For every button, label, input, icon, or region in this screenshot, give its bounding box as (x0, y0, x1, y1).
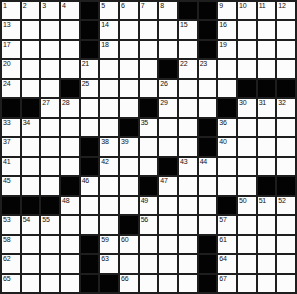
blocked-cell (199, 41, 217, 58)
blocked-cell (277, 80, 295, 97)
crossword-cell[interactable] (199, 216, 217, 233)
crossword-cell[interactable] (41, 41, 59, 58)
crossword-cell[interactable] (238, 216, 256, 233)
crossword-cell[interactable]: 40 (218, 138, 236, 155)
crossword-cell[interactable] (61, 216, 79, 233)
crossword-cell[interactable]: 55 (41, 216, 59, 233)
crossword-cell[interactable] (258, 119, 276, 136)
crossword-cell[interactable]: 17 (2, 41, 20, 58)
clue-number: 2 (23, 2, 27, 10)
blocked-cell (199, 275, 217, 292)
crossword-cell[interactable] (258, 138, 276, 155)
clue-number: 28 (62, 99, 69, 107)
clue-number: 62 (3, 255, 10, 263)
clue-number: 27 (42, 99, 49, 107)
crossword-cell[interactable]: 57 (218, 216, 236, 233)
crossword-cell[interactable] (179, 275, 197, 292)
blocked-cell (81, 138, 99, 155)
crossword-cell[interactable] (41, 255, 59, 272)
crossword-cell[interactable]: 34 (22, 119, 40, 136)
clue-number: 34 (23, 119, 30, 127)
crossword-cell[interactable]: 65 (2, 275, 20, 292)
blocked-cell (159, 158, 177, 175)
crossword-cell[interactable] (22, 275, 40, 292)
crossword-cell[interactable] (22, 21, 40, 38)
crossword-page: 1234567891011121314151617181920212223242… (0, 0, 297, 294)
crossword-cell[interactable]: 38 (100, 138, 118, 155)
crossword-cell[interactable]: 37 (2, 138, 20, 155)
crossword-cell[interactable] (140, 236, 158, 253)
clue-number: 11 (259, 2, 266, 10)
blocked-cell (140, 99, 158, 116)
crossword-cell[interactable] (41, 119, 59, 136)
clue-number: 51 (259, 197, 266, 205)
crossword-cell[interactable] (277, 138, 295, 155)
crossword-cell[interactable] (22, 60, 40, 77)
crossword-cell[interactable]: 3 (41, 2, 59, 19)
crossword-cell[interactable] (238, 275, 256, 292)
crossword-cell[interactable] (238, 119, 256, 136)
crossword-cell[interactable] (61, 119, 79, 136)
crossword-cell[interactable] (41, 177, 59, 194)
blocked-cell (61, 80, 79, 97)
crossword-cell[interactable] (218, 158, 236, 175)
crossword-cell[interactable] (140, 60, 158, 77)
crossword-cell[interactable] (81, 216, 99, 233)
clue-number: 50 (239, 197, 246, 205)
crossword-cell[interactable] (277, 275, 295, 292)
crossword-cell[interactable] (179, 177, 197, 194)
crossword-cell[interactable] (120, 158, 138, 175)
crossword-cell[interactable] (277, 119, 295, 136)
clue-number: 13 (3, 21, 10, 29)
crossword-cell[interactable]: 50 (238, 197, 256, 214)
crossword-cell[interactable] (238, 177, 256, 194)
crossword-cell[interactable] (258, 60, 276, 77)
crossword-cell[interactable]: 62 (2, 255, 20, 272)
crossword-cell[interactable] (22, 177, 40, 194)
crossword-cell[interactable] (238, 236, 256, 253)
crossword-cell[interactable]: 30 (238, 99, 256, 116)
crossword-cell[interactable] (159, 255, 177, 272)
crossword-cell[interactable]: 64 (218, 255, 236, 272)
crossword-cell[interactable]: 35 (140, 119, 158, 136)
crossword-cell[interactable] (100, 80, 118, 97)
crossword-cell[interactable] (120, 197, 138, 214)
blocked-cell (199, 119, 217, 136)
crossword-cell[interactable] (140, 138, 158, 155)
clue-number: 67 (219, 275, 226, 283)
clue-number: 12 (278, 2, 285, 10)
crossword-cell[interactable]: 8 (159, 2, 177, 19)
crossword-cell[interactable] (81, 119, 99, 136)
crossword-cell[interactable]: 23 (199, 60, 217, 77)
clue-number: 10 (239, 2, 246, 10)
crossword-cell[interactable] (238, 21, 256, 38)
crossword-cell[interactable] (159, 216, 177, 233)
crossword-cell[interactable] (61, 236, 79, 253)
crossword-cell[interactable]: 15 (179, 21, 197, 38)
clue-number: 4 (62, 2, 66, 10)
crossword-cell[interactable]: 14 (100, 21, 118, 38)
clue-number: 32 (278, 99, 285, 107)
blocked-cell (199, 255, 217, 272)
crossword-cell[interactable]: 66 (120, 275, 138, 292)
clue-number: 57 (219, 216, 226, 224)
crossword-cell[interactable] (100, 99, 118, 116)
crossword-cell[interactable] (100, 60, 118, 77)
crossword-cell[interactable] (41, 80, 59, 97)
blocked-cell (199, 138, 217, 155)
crossword-cell[interactable] (61, 158, 79, 175)
crossword-cell[interactable] (179, 236, 197, 253)
blocked-cell (22, 197, 40, 214)
crossword-grid: 1234567891011121314151617181920212223242… (0, 0, 297, 294)
crossword-cell[interactable] (159, 119, 177, 136)
crossword-cell[interactable] (277, 236, 295, 253)
clue-number: 36 (219, 119, 226, 127)
crossword-cell[interactable]: 22 (179, 60, 197, 77)
crossword-cell[interactable]: 26 (159, 80, 177, 97)
blocked-cell (258, 80, 276, 97)
clue-number: 19 (219, 41, 226, 49)
clue-number: 29 (160, 99, 167, 107)
crossword-cell[interactable] (22, 41, 40, 58)
crossword-cell[interactable] (120, 60, 138, 77)
crossword-cell[interactable] (159, 41, 177, 58)
crossword-cell[interactable] (238, 138, 256, 155)
crossword-cell[interactable] (179, 197, 197, 214)
crossword-cell[interactable] (218, 177, 236, 194)
clue-number: 60 (121, 236, 128, 244)
crossword-cell[interactable] (179, 80, 197, 97)
crossword-cell[interactable] (258, 275, 276, 292)
crossword-cell[interactable]: 31 (258, 99, 276, 116)
crossword-cell[interactable] (41, 275, 59, 292)
crossword-cell[interactable]: 39 (120, 138, 138, 155)
crossword-cell[interactable]: 53 (2, 216, 20, 233)
blocked-cell (81, 255, 99, 272)
clue-number: 46 (82, 177, 89, 185)
crossword-cell[interactable] (22, 80, 40, 97)
clue-number: 5 (101, 2, 105, 10)
clue-number: 8 (160, 2, 164, 10)
crossword-cell[interactable] (238, 41, 256, 58)
crossword-cell[interactable]: 63 (100, 255, 118, 272)
crossword-cell[interactable] (120, 41, 138, 58)
clue-number: 20 (3, 60, 10, 68)
crossword-cell[interactable]: 12 (277, 2, 295, 19)
crossword-cell[interactable]: 19 (218, 41, 236, 58)
clue-number: 42 (101, 158, 108, 166)
clue-number: 64 (219, 255, 226, 263)
crossword-cell[interactable] (159, 236, 177, 253)
crossword-cell[interactable] (41, 138, 59, 155)
clue-number: 55 (42, 216, 49, 224)
clue-number: 23 (200, 60, 207, 68)
crossword-cell[interactable] (41, 158, 59, 175)
crossword-cell[interactable]: 33 (2, 119, 20, 136)
crossword-cell[interactable] (120, 177, 138, 194)
crossword-cell[interactable] (179, 216, 197, 233)
crossword-cell[interactable] (199, 80, 217, 97)
clue-number: 35 (141, 119, 148, 127)
crossword-cell[interactable] (22, 158, 40, 175)
crossword-cell[interactable] (100, 216, 118, 233)
blocked-cell (120, 119, 138, 136)
clue-number: 38 (101, 138, 108, 146)
blocked-cell (81, 21, 99, 38)
clue-number: 53 (3, 216, 10, 224)
crossword-cell[interactable]: 24 (2, 80, 20, 97)
crossword-cell[interactable] (22, 138, 40, 155)
crossword-cell[interactable]: 59 (100, 236, 118, 253)
clue-number: 14 (101, 21, 108, 29)
crossword-cell[interactable]: 51 (258, 197, 276, 214)
crossword-cell[interactable]: 13 (2, 21, 20, 38)
crossword-cell[interactable]: 27 (41, 99, 59, 116)
clue-number: 49 (141, 197, 148, 205)
clue-number: 61 (219, 236, 226, 244)
clue-number: 63 (101, 255, 108, 263)
clue-number: 65 (3, 275, 10, 283)
crossword-cell[interactable] (22, 255, 40, 272)
clue-number: 30 (239, 99, 246, 107)
crossword-cell[interactable] (218, 80, 236, 97)
crossword-cell[interactable]: 28 (61, 99, 79, 116)
blocked-cell (120, 216, 138, 233)
crossword-cell[interactable] (140, 41, 158, 58)
crossword-cell[interactable] (61, 138, 79, 155)
blocked-cell (81, 2, 99, 19)
crossword-cell[interactable]: 45 (2, 177, 20, 194)
blocked-cell (179, 2, 197, 19)
crossword-cell[interactable]: 2 (22, 2, 40, 19)
blocked-cell (2, 99, 20, 116)
crossword-cell[interactable]: 16 (218, 21, 236, 38)
clue-number: 21 (82, 60, 89, 68)
clue-number: 24 (3, 80, 10, 88)
clue-number: 58 (3, 236, 10, 244)
crossword-cell[interactable]: 54 (22, 216, 40, 233)
crossword-cell[interactable] (179, 119, 197, 136)
crossword-cell[interactable] (258, 41, 276, 58)
clue-number: 40 (219, 138, 226, 146)
blocked-cell (2, 197, 20, 214)
crossword-cell[interactable] (140, 80, 158, 97)
clue-number: 56 (141, 216, 148, 224)
crossword-cell[interactable] (179, 255, 197, 272)
clue-number: 44 (200, 158, 207, 166)
crossword-cell[interactable] (159, 138, 177, 155)
crossword-cell[interactable] (22, 236, 40, 253)
crossword-cell[interactable] (41, 236, 59, 253)
crossword-cell[interactable] (179, 138, 197, 155)
crossword-cell[interactable]: 44 (199, 158, 217, 175)
crossword-cell[interactable]: 49 (140, 197, 158, 214)
blocked-cell (159, 60, 177, 77)
clue-number: 7 (141, 2, 145, 10)
clue-number: 9 (219, 2, 223, 10)
crossword-cell[interactable] (238, 158, 256, 175)
crossword-cell[interactable] (159, 275, 177, 292)
clue-number: 33 (3, 119, 10, 127)
clue-number: 18 (101, 41, 108, 49)
crossword-cell[interactable]: 58 (2, 236, 20, 253)
clue-number: 47 (160, 177, 167, 185)
crossword-cell[interactable]: 52 (277, 197, 295, 214)
crossword-cell[interactable]: 46 (81, 177, 99, 194)
crossword-cell[interactable]: 29 (159, 99, 177, 116)
crossword-cell[interactable] (61, 60, 79, 77)
crossword-cell[interactable]: 42 (100, 158, 118, 175)
clue-number: 54 (23, 216, 30, 224)
blocked-cell (61, 177, 79, 194)
clue-number: 16 (219, 21, 226, 29)
clue-number: 39 (121, 138, 128, 146)
crossword-cell[interactable] (120, 80, 138, 97)
crossword-cell[interactable] (277, 158, 295, 175)
blocked-cell (199, 236, 217, 253)
blocked-cell (100, 275, 118, 292)
crossword-cell[interactable] (41, 60, 59, 77)
crossword-cell[interactable] (61, 21, 79, 38)
crossword-cell[interactable] (100, 119, 118, 136)
crossword-cell[interactable]: 9 (218, 2, 236, 19)
crossword-cell[interactable]: 56 (140, 216, 158, 233)
blocked-cell (41, 197, 59, 214)
blocked-cell (199, 2, 217, 19)
blocked-cell (218, 99, 236, 116)
clue-number: 37 (3, 138, 10, 146)
crossword-cell[interactable] (81, 197, 99, 214)
crossword-cell[interactable] (61, 275, 79, 292)
crossword-cell[interactable] (277, 216, 295, 233)
crossword-cell[interactable]: 21 (81, 60, 99, 77)
crossword-cell[interactable] (159, 21, 177, 38)
clue-number: 31 (259, 99, 266, 107)
crossword-cell[interactable] (258, 216, 276, 233)
blocked-cell (258, 177, 276, 194)
blocked-cell (81, 275, 99, 292)
clue-number: 43 (180, 158, 187, 166)
crossword-cell[interactable] (140, 255, 158, 272)
crossword-cell[interactable]: 4 (61, 2, 79, 19)
blocked-cell (238, 80, 256, 97)
crossword-cell[interactable]: 48 (61, 197, 79, 214)
blocked-cell (277, 177, 295, 194)
crossword-cell[interactable]: 61 (218, 236, 236, 253)
crossword-cell[interactable] (179, 41, 197, 58)
blocked-cell (199, 21, 217, 38)
blocked-cell (22, 99, 40, 116)
crossword-cell[interactable]: 41 (2, 158, 20, 175)
crossword-cell[interactable] (140, 158, 158, 175)
blocked-cell (81, 236, 99, 253)
clue-number: 22 (180, 60, 187, 68)
crossword-cell[interactable]: 11 (258, 2, 276, 19)
crossword-cell[interactable] (199, 99, 217, 116)
crossword-cell[interactable]: 20 (2, 60, 20, 77)
crossword-cell[interactable]: 1 (2, 2, 20, 19)
clue-number: 59 (101, 236, 108, 244)
crossword-cell[interactable] (277, 41, 295, 58)
blocked-cell (140, 177, 158, 194)
blocked-cell (81, 41, 99, 58)
crossword-cell[interactable] (159, 197, 177, 214)
crossword-cell[interactable]: 47 (159, 177, 177, 194)
crossword-cell[interactable] (277, 255, 295, 272)
crossword-cell[interactable] (258, 21, 276, 38)
crossword-cell[interactable] (277, 60, 295, 77)
clue-number: 1 (3, 2, 7, 10)
crossword-cell[interactable] (258, 158, 276, 175)
crossword-cell[interactable]: 36 (218, 119, 236, 136)
clue-number: 25 (82, 80, 89, 88)
crossword-cell[interactable]: 60 (120, 236, 138, 253)
crossword-cell[interactable] (120, 99, 138, 116)
crossword-cell[interactable]: 43 (179, 158, 197, 175)
clue-number: 52 (278, 197, 285, 205)
clue-number: 17 (3, 41, 10, 49)
crossword-cell[interactable] (120, 255, 138, 272)
crossword-cell[interactable] (61, 255, 79, 272)
crossword-cell[interactable] (140, 21, 158, 38)
clue-number: 3 (42, 2, 46, 10)
clue-number: 48 (62, 197, 69, 205)
crossword-cell[interactable] (61, 41, 79, 58)
crossword-cell[interactable] (199, 197, 217, 214)
crossword-cell[interactable] (81, 99, 99, 116)
clue-number: 41 (3, 158, 10, 166)
crossword-cell[interactable] (179, 99, 197, 116)
crossword-cell[interactable] (258, 236, 276, 253)
crossword-cell[interactable]: 32 (277, 99, 295, 116)
crossword-cell[interactable] (100, 197, 118, 214)
crossword-cell[interactable]: 6 (120, 2, 138, 19)
crossword-cell[interactable] (120, 21, 138, 38)
crossword-cell[interactable]: 5 (100, 2, 118, 19)
clue-number: 66 (121, 275, 128, 283)
crossword-cell[interactable]: 7 (140, 2, 158, 19)
crossword-cell[interactable] (199, 177, 217, 194)
clue-number: 6 (121, 2, 125, 10)
crossword-cell[interactable] (277, 21, 295, 38)
crossword-cell[interactable] (218, 60, 236, 77)
crossword-cell[interactable] (258, 255, 276, 272)
clue-number: 26 (160, 80, 167, 88)
crossword-cell[interactable]: 25 (81, 80, 99, 97)
crossword-cell[interactable] (140, 275, 158, 292)
crossword-cell[interactable] (41, 21, 59, 38)
clue-number: 15 (180, 21, 187, 29)
crossword-cell[interactable]: 10 (238, 2, 256, 19)
crossword-cell[interactable] (238, 255, 256, 272)
blocked-cell (81, 158, 99, 175)
crossword-cell[interactable]: 67 (218, 275, 236, 292)
crossword-cell[interactable] (238, 60, 256, 77)
crossword-cell[interactable] (100, 177, 118, 194)
crossword-cell[interactable]: 18 (100, 41, 118, 58)
blocked-cell (218, 197, 236, 214)
clue-number: 45 (3, 177, 10, 185)
